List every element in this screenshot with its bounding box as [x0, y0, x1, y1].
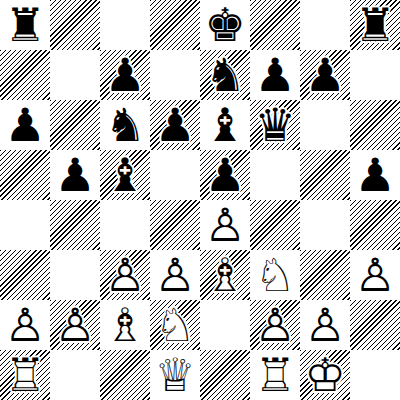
piece-glyph: ♛ [250, 100, 300, 150]
piece-white-queen[interactable]: ♛♕ [150, 350, 200, 400]
square-h4[interactable] [350, 200, 400, 250]
piece-black-pawn[interactable]: ♟♟ [350, 150, 400, 200]
square-b1[interactable] [50, 350, 100, 400]
square-d7[interactable] [150, 50, 200, 100]
piece-white-pawn[interactable]: ♟♙ [350, 250, 400, 300]
piece-glyph: ♜ [350, 0, 400, 50]
piece-white-bishop[interactable]: ♝♗ [200, 250, 250, 300]
square-f4[interactable] [250, 200, 300, 250]
piece-glyph: ♙ [100, 250, 150, 300]
piece-glyph: ♕ [150, 350, 200, 400]
square-e2[interactable] [200, 300, 250, 350]
square-a2[interactable]: ♟♙ [0, 300, 50, 350]
square-f5[interactable] [250, 150, 300, 200]
piece-white-knight[interactable]: ♞♘ [250, 250, 300, 300]
piece-glyph: ♙ [350, 250, 400, 300]
piece-black-pawn[interactable]: ♟♟ [50, 150, 100, 200]
piece-glyph: ♚ [200, 0, 250, 50]
square-g4[interactable] [300, 200, 350, 250]
square-a5[interactable] [0, 150, 50, 200]
square-h1[interactable] [350, 350, 400, 400]
piece-black-knight[interactable]: ♞♞ [100, 100, 150, 150]
square-e1[interactable] [200, 350, 250, 400]
piece-glyph: ♙ [200, 200, 250, 250]
square-g2[interactable]: ♟♙ [300, 300, 350, 350]
piece-glyph: ♟ [300, 50, 350, 100]
square-c6[interactable]: ♞♞ [100, 100, 150, 150]
square-c8[interactable] [100, 0, 150, 50]
square-e6[interactable]: ♝♝ [200, 100, 250, 150]
piece-glyph: ♞ [200, 50, 250, 100]
piece-glyph: ♟ [0, 100, 50, 150]
square-h8[interactable]: ♜♜ [350, 0, 400, 50]
piece-white-pawn[interactable]: ♟♙ [150, 250, 200, 300]
square-a1[interactable]: ♜♖ [0, 350, 50, 400]
square-d8[interactable] [150, 0, 200, 50]
piece-glyph: ♟ [100, 50, 150, 100]
piece-glyph: ♖ [250, 350, 300, 400]
piece-black-pawn[interactable]: ♟♟ [200, 150, 250, 200]
square-b6[interactable] [50, 100, 100, 150]
piece-glyph: ♟ [150, 100, 200, 150]
piece-glyph: ♗ [200, 250, 250, 300]
square-d3[interactable]: ♟♙ [150, 250, 200, 300]
piece-glyph: ♝ [100, 150, 150, 200]
square-d6[interactable]: ♟♟ [150, 100, 200, 150]
piece-glyph: ♘ [250, 250, 300, 300]
piece-white-king[interactable]: ♚♔ [300, 350, 350, 400]
piece-glyph: ♟ [200, 150, 250, 200]
square-b7[interactable] [50, 50, 100, 100]
piece-black-queen[interactable]: ♛♛ [250, 100, 300, 150]
piece-black-bishop[interactable]: ♝♝ [100, 150, 150, 200]
square-f7[interactable]: ♟♟ [250, 50, 300, 100]
square-d2[interactable]: ♞♘ [150, 300, 200, 350]
piece-glyph: ♟ [350, 150, 400, 200]
square-c2[interactable]: ♝♗ [100, 300, 150, 350]
piece-black-king[interactable]: ♚♚ [200, 0, 250, 50]
piece-glyph: ♙ [50, 300, 100, 350]
piece-white-pawn[interactable]: ♟♙ [250, 300, 300, 350]
square-e3[interactable]: ♝♗ [200, 250, 250, 300]
piece-black-knight[interactable]: ♞♞ [200, 50, 250, 100]
piece-glyph: ♙ [150, 250, 200, 300]
square-b8[interactable] [50, 0, 100, 50]
piece-white-bishop[interactable]: ♝♗ [100, 300, 150, 350]
piece-white-pawn[interactable]: ♟♙ [100, 250, 150, 300]
square-b2[interactable]: ♟♙ [50, 300, 100, 350]
piece-glyph: ♟ [50, 150, 100, 200]
square-d4[interactable] [150, 200, 200, 250]
square-f6[interactable]: ♛♛ [250, 100, 300, 150]
piece-black-pawn[interactable]: ♟♟ [150, 100, 200, 150]
piece-glyph: ♗ [100, 300, 150, 350]
square-f1[interactable]: ♜♖ [250, 350, 300, 400]
square-g3[interactable] [300, 250, 350, 300]
piece-glyph: ♜ [0, 0, 50, 50]
piece-white-pawn[interactable]: ♟♙ [300, 300, 350, 350]
square-h5[interactable]: ♟♟ [350, 150, 400, 200]
piece-glyph: ♘ [150, 300, 200, 350]
piece-glyph: ♙ [0, 300, 50, 350]
piece-white-rook[interactable]: ♜♖ [250, 350, 300, 400]
square-g8[interactable] [300, 0, 350, 50]
square-b5[interactable]: ♟♟ [50, 150, 100, 200]
piece-white-pawn[interactable]: ♟♙ [200, 200, 250, 250]
square-e7[interactable]: ♞♞ [200, 50, 250, 100]
piece-black-rook[interactable]: ♜♜ [350, 0, 400, 50]
square-h2[interactable] [350, 300, 400, 350]
piece-glyph: ♞ [100, 100, 150, 150]
square-h6[interactable] [350, 100, 400, 150]
piece-black-pawn[interactable]: ♟♟ [250, 50, 300, 100]
square-c3[interactable]: ♟♙ [100, 250, 150, 300]
piece-white-knight[interactable]: ♞♘ [150, 300, 200, 350]
piece-glyph: ♔ [300, 350, 350, 400]
square-g7[interactable]: ♟♟ [300, 50, 350, 100]
square-d5[interactable] [150, 150, 200, 200]
piece-black-rook[interactable]: ♜♜ [0, 0, 50, 50]
square-e4[interactable]: ♟♙ [200, 200, 250, 250]
square-h7[interactable] [350, 50, 400, 100]
piece-glyph: ♙ [250, 300, 300, 350]
piece-white-pawn[interactable]: ♟♙ [0, 300, 50, 350]
square-c4[interactable] [100, 200, 150, 250]
square-c1[interactable] [100, 350, 150, 400]
square-a8[interactable]: ♜♜ [0, 0, 50, 50]
square-g5[interactable] [300, 150, 350, 200]
square-f2[interactable]: ♟♙ [250, 300, 300, 350]
square-c5[interactable]: ♝♝ [100, 150, 150, 200]
square-f8[interactable] [250, 0, 300, 50]
piece-glyph: ♙ [300, 300, 350, 350]
piece-black-pawn[interactable]: ♟♟ [0, 100, 50, 150]
square-c7[interactable]: ♟♟ [100, 50, 150, 100]
square-a4[interactable] [0, 200, 50, 250]
square-a3[interactable] [0, 250, 50, 300]
piece-glyph: ♝ [200, 100, 250, 150]
piece-black-pawn[interactable]: ♟♟ [300, 50, 350, 100]
square-a7[interactable] [0, 50, 50, 100]
square-a6[interactable]: ♟♟ [0, 100, 50, 150]
square-b4[interactable] [50, 200, 100, 250]
square-e5[interactable]: ♟♟ [200, 150, 250, 200]
piece-glyph: ♟ [250, 50, 300, 100]
square-h3[interactable]: ♟♙ [350, 250, 400, 300]
piece-black-pawn[interactable]: ♟♟ [100, 50, 150, 100]
piece-black-bishop[interactable]: ♝♝ [200, 100, 250, 150]
square-g6[interactable] [300, 100, 350, 150]
piece-white-pawn[interactable]: ♟♙ [50, 300, 100, 350]
square-f3[interactable]: ♞♘ [250, 250, 300, 300]
square-d1[interactable]: ♛♕ [150, 350, 200, 400]
chess-board: ♜♜♚♚♜♜♟♟♞♞♟♟♟♟♟♟♞♞♟♟♝♝♛♛♟♟♝♝♟♟♟♟♟♙♟♙♟♙♝♗… [0, 0, 400, 400]
piece-white-rook[interactable]: ♜♖ [0, 350, 50, 400]
square-b3[interactable] [50, 250, 100, 300]
piece-glyph: ♖ [0, 350, 50, 400]
square-g1[interactable]: ♚♔ [300, 350, 350, 400]
square-e8[interactable]: ♚♚ [200, 0, 250, 50]
